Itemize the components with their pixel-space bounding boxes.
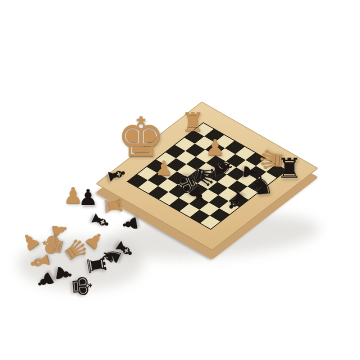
chess-set-photo: ♚♜♟♟♜♞♛♞♚♟♝♟♝♛♜♝♟♟♟♟♚♛♝♟♟♜♟♞♚♝♟ [0, 0, 360, 360]
dark-bishop-piece: ♝ [86, 207, 114, 234]
piece-pile-shadow [18, 238, 143, 290]
light-pawn-piece: ♟ [63, 185, 83, 207]
dark-pawn-piece: ♟ [78, 187, 98, 209]
light-pawn-piece: ♟ [49, 220, 71, 240]
